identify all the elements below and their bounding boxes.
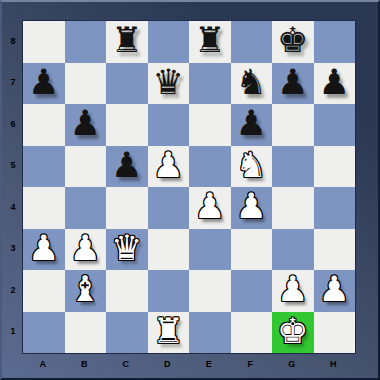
black-pawn[interactable]: ♟ bbox=[236, 106, 267, 141]
square-e5[interactable] bbox=[189, 146, 231, 188]
file-label-d: D bbox=[164, 359, 171, 369]
square-f4[interactable]: ♟ bbox=[231, 187, 273, 229]
square-d3[interactable] bbox=[148, 229, 190, 271]
rank-label-2: 2 bbox=[10, 285, 15, 295]
white-pawn[interactable]: ♟ bbox=[153, 148, 184, 183]
square-h4[interactable] bbox=[314, 187, 356, 229]
square-h1[interactable] bbox=[314, 312, 356, 354]
square-e8[interactable]: ♜ bbox=[189, 21, 231, 63]
white-rook[interactable]: ♜ bbox=[153, 314, 184, 349]
square-f8[interactable] bbox=[231, 21, 273, 63]
square-f3[interactable] bbox=[231, 229, 273, 271]
square-b8[interactable] bbox=[65, 21, 107, 63]
square-b7[interactable] bbox=[65, 63, 107, 105]
square-b6[interactable]: ♟ bbox=[65, 104, 107, 146]
square-e2[interactable] bbox=[189, 270, 231, 312]
square-a4[interactable] bbox=[23, 187, 65, 229]
square-f6[interactable]: ♟ bbox=[231, 104, 273, 146]
square-g6[interactable] bbox=[272, 104, 314, 146]
file-label-a: A bbox=[40, 359, 47, 369]
square-a8[interactable] bbox=[23, 21, 65, 63]
square-a1[interactable] bbox=[23, 312, 65, 354]
rank-label-6: 6 bbox=[10, 119, 15, 129]
white-pawn[interactable]: ♟ bbox=[28, 231, 59, 266]
square-c5[interactable]: ♟ bbox=[106, 146, 148, 188]
square-g7[interactable]: ♟ bbox=[272, 63, 314, 105]
square-e1[interactable] bbox=[189, 312, 231, 354]
chess-diagram-frame: 87654321 ♜♜♚♟♛♞♟♟♟♟♟♟♞♟♟♟♟♛♝♟♟♜♚ ABCDEFG… bbox=[0, 0, 380, 380]
square-a7[interactable]: ♟ bbox=[23, 63, 65, 105]
file-labels: ABCDEFGH bbox=[22, 355, 354, 372]
square-e7[interactable] bbox=[189, 63, 231, 105]
white-bishop[interactable]: ♝ bbox=[70, 272, 101, 307]
square-e3[interactable] bbox=[189, 229, 231, 271]
white-queen[interactable]: ♛ bbox=[111, 231, 142, 266]
black-pawn[interactable]: ♟ bbox=[319, 65, 350, 100]
square-d2[interactable] bbox=[148, 270, 190, 312]
square-b1[interactable] bbox=[65, 312, 107, 354]
white-pawn[interactable]: ♟ bbox=[70, 231, 101, 266]
rank-label-1: 1 bbox=[10, 326, 15, 336]
square-g5[interactable] bbox=[272, 146, 314, 188]
black-knight[interactable]: ♞ bbox=[236, 65, 267, 100]
square-g3[interactable] bbox=[272, 229, 314, 271]
rank-label-7: 7 bbox=[10, 77, 15, 87]
file-label-f: F bbox=[248, 359, 254, 369]
rank-label-5: 5 bbox=[10, 160, 15, 170]
square-e6[interactable] bbox=[189, 104, 231, 146]
square-h7[interactable]: ♟ bbox=[314, 63, 356, 105]
white-knight[interactable]: ♞ bbox=[236, 148, 267, 183]
file-label-g: G bbox=[288, 359, 295, 369]
square-h8[interactable] bbox=[314, 21, 356, 63]
square-a3[interactable]: ♟ bbox=[23, 229, 65, 271]
white-pawn[interactable]: ♟ bbox=[277, 272, 308, 307]
square-d5[interactable]: ♟ bbox=[148, 146, 190, 188]
square-c1[interactable] bbox=[106, 312, 148, 354]
square-f1[interactable] bbox=[231, 312, 273, 354]
black-pawn[interactable]: ♟ bbox=[28, 65, 59, 100]
black-pawn[interactable]: ♟ bbox=[70, 106, 101, 141]
square-c8[interactable]: ♜ bbox=[106, 21, 148, 63]
white-pawn[interactable]: ♟ bbox=[236, 189, 267, 224]
square-a6[interactable] bbox=[23, 104, 65, 146]
square-d8[interactable] bbox=[148, 21, 190, 63]
square-c3[interactable]: ♛ bbox=[106, 229, 148, 271]
file-label-e: E bbox=[206, 359, 212, 369]
square-c7[interactable] bbox=[106, 63, 148, 105]
rank-label-3: 3 bbox=[10, 243, 15, 253]
white-king[interactable]: ♚ bbox=[277, 314, 308, 349]
square-g2[interactable]: ♟ bbox=[272, 270, 314, 312]
white-pawn[interactable]: ♟ bbox=[319, 272, 350, 307]
square-d4[interactable] bbox=[148, 187, 190, 229]
square-d1[interactable]: ♜ bbox=[148, 312, 190, 354]
square-h5[interactable] bbox=[314, 146, 356, 188]
square-d7[interactable]: ♛ bbox=[148, 63, 190, 105]
black-pawn[interactable]: ♟ bbox=[277, 65, 308, 100]
black-rook[interactable]: ♜ bbox=[111, 23, 142, 58]
square-h6[interactable] bbox=[314, 104, 356, 146]
file-label-c: C bbox=[123, 359, 130, 369]
black-queen[interactable]: ♛ bbox=[153, 65, 184, 100]
square-a5[interactable] bbox=[23, 146, 65, 188]
chess-board: ♜♜♚♟♛♞♟♟♟♟♟♟♞♟♟♟♟♛♝♟♟♜♚ bbox=[22, 20, 356, 354]
square-c2[interactable] bbox=[106, 270, 148, 312]
rank-label-8: 8 bbox=[10, 36, 15, 46]
black-rook[interactable]: ♜ bbox=[194, 23, 225, 58]
square-b3[interactable]: ♟ bbox=[65, 229, 107, 271]
square-h2[interactable]: ♟ bbox=[314, 270, 356, 312]
square-b4[interactable] bbox=[65, 187, 107, 229]
square-f7[interactable]: ♞ bbox=[231, 63, 273, 105]
square-a2[interactable] bbox=[23, 270, 65, 312]
black-king[interactable]: ♚ bbox=[277, 23, 308, 58]
square-f5[interactable]: ♞ bbox=[231, 146, 273, 188]
square-b5[interactable] bbox=[65, 146, 107, 188]
file-label-h: H bbox=[330, 359, 337, 369]
square-e4[interactable]: ♟ bbox=[189, 187, 231, 229]
black-pawn[interactable]: ♟ bbox=[111, 148, 142, 183]
rank-labels: 87654321 bbox=[5, 20, 21, 352]
square-h3[interactable] bbox=[314, 229, 356, 271]
square-g4[interactable] bbox=[272, 187, 314, 229]
file-label-b: B bbox=[81, 359, 88, 369]
square-g8[interactable]: ♚ bbox=[272, 21, 314, 63]
square-c6[interactable] bbox=[106, 104, 148, 146]
square-c4[interactable] bbox=[106, 187, 148, 229]
white-pawn[interactable]: ♟ bbox=[194, 189, 225, 224]
square-g1[interactable]: ♚ bbox=[272, 312, 314, 354]
rank-label-4: 4 bbox=[10, 202, 15, 212]
square-d6[interactable] bbox=[148, 104, 190, 146]
square-b2[interactable]: ♝ bbox=[65, 270, 107, 312]
square-f2[interactable] bbox=[231, 270, 273, 312]
